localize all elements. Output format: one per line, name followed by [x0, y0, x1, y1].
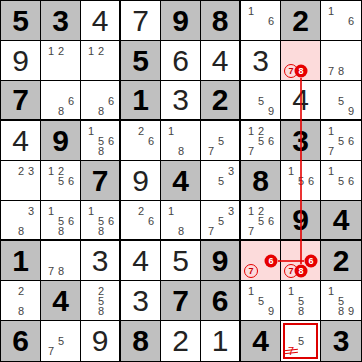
cell-r2c6[interactable]: 4 [201, 41, 241, 81]
circled-candidate-8: 8 [295, 265, 308, 278]
candidate-5: 5 [58, 176, 64, 187]
solved-digit: 4 [121, 241, 160, 280]
cell-r8c7[interactable]: 159 [241, 281, 281, 321]
candidate-8: 8 [98, 106, 104, 117]
cell-r7c8[interactable]: 678 [281, 241, 321, 281]
cell-r4c1[interactable]: 4 [1, 121, 41, 161]
cell-r7c1[interactable]: 1 [1, 241, 41, 281]
cell-r1c9[interactable]: 16 [321, 1, 361, 41]
cell-r6c1[interactable]: 38 [1, 201, 41, 241]
candidate-1: 1 [288, 166, 294, 177]
cell-r6c2[interactable]: 1568 [41, 201, 81, 241]
candidate-1: 1 [328, 166, 334, 177]
given-digit: 7 [1, 81, 40, 119]
candidate-3: 3 [228, 206, 234, 217]
given-digit: 9 [161, 1, 200, 40]
solved-digit: 9 [1, 41, 40, 80]
candidate-8: 8 [338, 66, 344, 77]
cell-r9c9[interactable]: 3 [321, 321, 361, 361]
candidate-5: 5 [338, 136, 344, 147]
cell-r4c8[interactable]: 3 [281, 121, 321, 161]
candidate-5: 5 [218, 216, 224, 227]
candidate-5: 5 [338, 176, 344, 187]
candidate-5: 5 [298, 336, 304, 347]
cell-r5c3[interactable]: 7 [81, 161, 121, 201]
cell-r4c2[interactable]: 9 [41, 121, 81, 161]
candidate-3: 3 [228, 166, 234, 177]
candidate-2: 2 [138, 206, 144, 217]
candidate-5: 5 [338, 96, 344, 107]
given-digit: 7 [81, 161, 119, 200]
solved-digit: 9 [81, 321, 119, 361]
cell-r9c7[interactable]: 4 [241, 321, 281, 361]
candidate-9: 9 [268, 106, 274, 117]
given-digit: 8 [241, 161, 280, 200]
candidate-6: 6 [348, 176, 354, 187]
solved-digit: 4 [201, 41, 239, 80]
cell-r9c8[interactable]: 57 [281, 321, 321, 361]
cell-r7c9[interactable]: 2 [321, 241, 361, 281]
given-digit: 8 [121, 321, 160, 361]
candidate-7: 7 [48, 346, 54, 357]
candidate-1: 1 [328, 286, 334, 297]
candidate-8: 8 [98, 226, 104, 237]
solved-digit: 4 [281, 81, 320, 119]
candidate-6: 6 [268, 136, 274, 147]
circled-candidate-6: 6 [305, 255, 318, 268]
candidate-9: 9 [268, 306, 274, 317]
given-digit: 2 [201, 81, 239, 119]
given-digit: 7 [161, 281, 200, 320]
candidate-5: 5 [58, 336, 64, 347]
cell-r6c6[interactable]: 357 [201, 201, 241, 241]
cell-r8c5[interactable]: 7 [161, 281, 201, 321]
candidate-7: 7 [328, 146, 334, 157]
candidate-8: 8 [58, 266, 64, 277]
solved-digit: 5 [161, 241, 200, 280]
candidate-1: 1 [288, 286, 294, 297]
cell-r7c3[interactable]: 3 [81, 241, 121, 281]
cell-r7c6[interactable]: 9 [201, 241, 241, 281]
cell-r4c4[interactable]: 26 [121, 121, 161, 161]
cell-r9c4[interactable]: 8 [121, 321, 161, 361]
solved-digit: 1 [201, 321, 239, 361]
candidate-6: 6 [68, 96, 74, 107]
cell-r2c1[interactable]: 9 [1, 41, 41, 81]
cell-r7c5[interactable]: 5 [161, 241, 201, 281]
candidate-8: 8 [58, 106, 64, 117]
candidate-1: 1 [48, 206, 54, 217]
candidate-1: 1 [48, 46, 54, 57]
cell-r5c5[interactable]: 4 [161, 161, 201, 201]
candidate-9: 9 [348, 306, 354, 317]
given-digit: 9 [201, 241, 239, 280]
candidate-7: 7 [328, 66, 334, 77]
cell-r8c1[interactable]: 28 [1, 281, 41, 321]
candidate-9: 9 [348, 106, 354, 117]
candidate-5: 5 [218, 136, 224, 147]
candidate-1: 1 [248, 206, 254, 217]
solved-digit: 3 [161, 81, 200, 119]
given-digit: 6 [201, 281, 239, 320]
cell-r3c6[interactable]: 2 [201, 81, 241, 121]
circled-candidate-8: 8 [295, 65, 308, 78]
candidate-6: 6 [348, 16, 354, 27]
cell-r5c4[interactable]: 9 [121, 161, 161, 201]
solved-digit: 2 [161, 321, 200, 361]
cell-r8c4[interactable]: 3 [121, 281, 161, 321]
given-digit: 1 [121, 81, 160, 119]
candidate-6: 6 [68, 216, 74, 227]
candidate-8: 8 [98, 306, 104, 317]
cell-r4c3[interactable]: 1568 [81, 121, 121, 161]
given-digit: 6 [1, 321, 40, 361]
candidate-6: 6 [348, 136, 354, 147]
cell-r3c1[interactable]: 7 [1, 81, 41, 121]
circled-candidate-7: 7 [244, 264, 258, 278]
cell-r2c4[interactable]: 5 [121, 41, 161, 81]
cell-r2c7[interactable]: 3 [241, 41, 281, 81]
sudoku-board: 5347981621691212564378787686813259459491… [0, 0, 362, 362]
candidate-7: 7 [48, 266, 54, 277]
candidate-3: 3 [28, 166, 34, 177]
cell-r9c6[interactable]: 1 [201, 321, 241, 361]
cell-r7c7[interactable]: 67 [241, 241, 281, 281]
solved-digit: 9 [121, 161, 160, 200]
cell-r9c2[interactable]: 57 [41, 321, 81, 361]
cell-r2c9[interactable]: 78 [321, 41, 361, 81]
given-digit: 3 [321, 321, 361, 361]
cell-r1c1[interactable]: 5 [1, 1, 41, 41]
candidate-5: 5 [258, 216, 264, 227]
candidate-8: 8 [98, 146, 104, 157]
cell-r3c4[interactable]: 1 [121, 81, 161, 121]
cell-r2c5[interactable]: 6 [161, 41, 201, 81]
cell-r3c3[interactable]: 68 [81, 81, 121, 121]
candidate-1: 1 [248, 126, 254, 137]
candidate-1: 1 [248, 286, 254, 297]
candidate-2: 2 [58, 46, 64, 57]
given-digit: 4 [41, 281, 80, 320]
cell-r6c7[interactable]: 12567 [241, 201, 281, 241]
eliminated-candidate-7: 7 [288, 346, 294, 357]
cell-r8c6[interactable]: 6 [201, 281, 241, 321]
cell-r6c9[interactable]: 4 [321, 201, 361, 241]
solved-digit: 4 [1, 121, 40, 160]
cell-r4c5[interactable]: 18 [161, 121, 201, 161]
candidate-5: 5 [258, 296, 264, 307]
cell-r4c9[interactable]: 1567 [321, 121, 361, 161]
given-digit: 4 [241, 321, 280, 361]
given-digit: 8 [201, 1, 239, 40]
candidate-8: 8 [18, 306, 24, 317]
solved-digit: 7 [121, 1, 160, 40]
candidate-8: 8 [178, 226, 184, 237]
cell-r9c1[interactable]: 6 [1, 321, 41, 361]
candidate-1: 1 [88, 46, 94, 57]
cell-r5c6[interactable]: 35 [201, 161, 241, 201]
candidate-8: 8 [338, 306, 344, 317]
candidate-2: 2 [18, 286, 24, 297]
candidate-6: 6 [268, 16, 274, 27]
candidate-6: 6 [268, 216, 274, 227]
candidate-1: 1 [168, 206, 174, 217]
candidate-6: 6 [108, 216, 114, 227]
candidate-1: 1 [328, 126, 334, 137]
cell-r9c5[interactable]: 2 [161, 321, 201, 361]
candidate-6: 6 [108, 96, 114, 107]
solved-digit: 4 [81, 1, 119, 40]
candidate-1: 1 [88, 206, 94, 217]
cell-r2c3[interactable]: 12 [81, 41, 121, 81]
solved-digit: 6 [161, 41, 200, 80]
cell-r4c7[interactable]: 12567 [241, 121, 281, 161]
cell-r7c4[interactable]: 4 [121, 241, 161, 281]
candidate-5: 5 [218, 176, 224, 187]
candidate-7: 7 [248, 226, 254, 237]
cell-r5c8[interactable]: 156 [281, 161, 321, 201]
candidate-1: 1 [48, 166, 54, 177]
cell-r6c8[interactable]: 9 [281, 201, 321, 241]
cell-r6c5[interactable]: 18 [161, 201, 201, 241]
cell-r8c8[interactable]: 158 [281, 281, 321, 321]
cell-r2c8[interactable]: 78 [281, 41, 321, 81]
given-digit: 2 [321, 241, 361, 280]
given-digit: 4 [161, 161, 200, 200]
candidate-6: 6 [308, 176, 314, 187]
given-digit: 3 [281, 121, 320, 160]
cell-r1c7[interactable]: 16 [241, 1, 281, 41]
candidate-7: 7 [208, 146, 214, 157]
given-digit: 2 [281, 1, 320, 40]
candidate-3: 3 [28, 206, 34, 217]
candidate-7: 7 [208, 226, 214, 237]
solved-digit: 3 [241, 41, 280, 80]
cell-r3c5[interactable]: 3 [161, 81, 201, 121]
candidate-8: 8 [178, 146, 184, 157]
cell-r1c6[interactable]: 8 [201, 1, 241, 41]
cell-r3c9[interactable]: 59 [321, 81, 361, 121]
candidate-2: 2 [138, 126, 144, 137]
cell-r5c2[interactable]: 1256 [41, 161, 81, 201]
candidate-8: 8 [58, 226, 64, 237]
cell-r6c3[interactable]: 1568 [81, 201, 121, 241]
given-digit: 5 [121, 41, 160, 80]
cell-r2c2[interactable]: 12 [41, 41, 81, 81]
cell-r3c8[interactable]: 4 [281, 81, 321, 121]
candidate-1: 1 [248, 6, 254, 17]
cell-r7c2[interactable]: 78 [41, 241, 81, 281]
solved-digit: 3 [81, 241, 119, 280]
cell-r5c7[interactable]: 8 [241, 161, 281, 201]
cell-r1c8[interactable]: 2 [281, 1, 321, 41]
candidate-5: 5 [298, 176, 304, 187]
candidate-7: 7 [248, 146, 254, 157]
candidate-6: 6 [148, 216, 154, 227]
candidate-5: 5 [258, 136, 264, 147]
candidate-8: 8 [18, 226, 24, 237]
cell-r3c2[interactable]: 68 [41, 81, 81, 121]
cell-r1c2[interactable]: 3 [41, 1, 81, 41]
cell-r1c3[interactable]: 4 [81, 1, 121, 41]
cell-r4c6[interactable]: 57 [201, 121, 241, 161]
cell-r1c5[interactable]: 9 [161, 1, 201, 41]
candidate-6: 6 [108, 136, 114, 147]
given-digit: 1 [1, 241, 40, 280]
cell-r8c3[interactable]: 258 [81, 281, 121, 321]
candidate-1: 1 [328, 6, 334, 17]
given-digit: 9 [41, 121, 80, 160]
given-digit: 3 [41, 1, 80, 40]
given-digit: 5 [1, 1, 40, 40]
cell-r8c9[interactable]: 1589 [321, 281, 361, 321]
candidate-1: 1 [88, 126, 94, 137]
cell-r6c4[interactable]: 26 [121, 201, 161, 241]
candidate-6: 6 [68, 176, 74, 187]
candidate-2: 2 [98, 46, 104, 57]
candidate-2: 2 [18, 166, 24, 177]
given-digit: 9 [281, 201, 320, 239]
cell-r9c3[interactable]: 9 [81, 321, 121, 361]
circled-candidate-6: 6 [265, 255, 278, 268]
given-digit: 4 [321, 201, 361, 239]
cell-r5c1[interactable]: 23 [1, 161, 41, 201]
cell-r5c9[interactable]: 156 [321, 161, 361, 201]
candidate-8: 8 [298, 306, 304, 317]
candidate-6: 6 [148, 136, 154, 147]
solved-digit: 3 [121, 281, 160, 320]
cell-r1c4[interactable]: 7 [121, 1, 161, 41]
candidate-1: 1 [168, 126, 174, 137]
candidate-5: 5 [258, 96, 264, 107]
cell-r3c7[interactable]: 59 [241, 81, 281, 121]
cell-r8c2[interactable]: 4 [41, 281, 81, 321]
